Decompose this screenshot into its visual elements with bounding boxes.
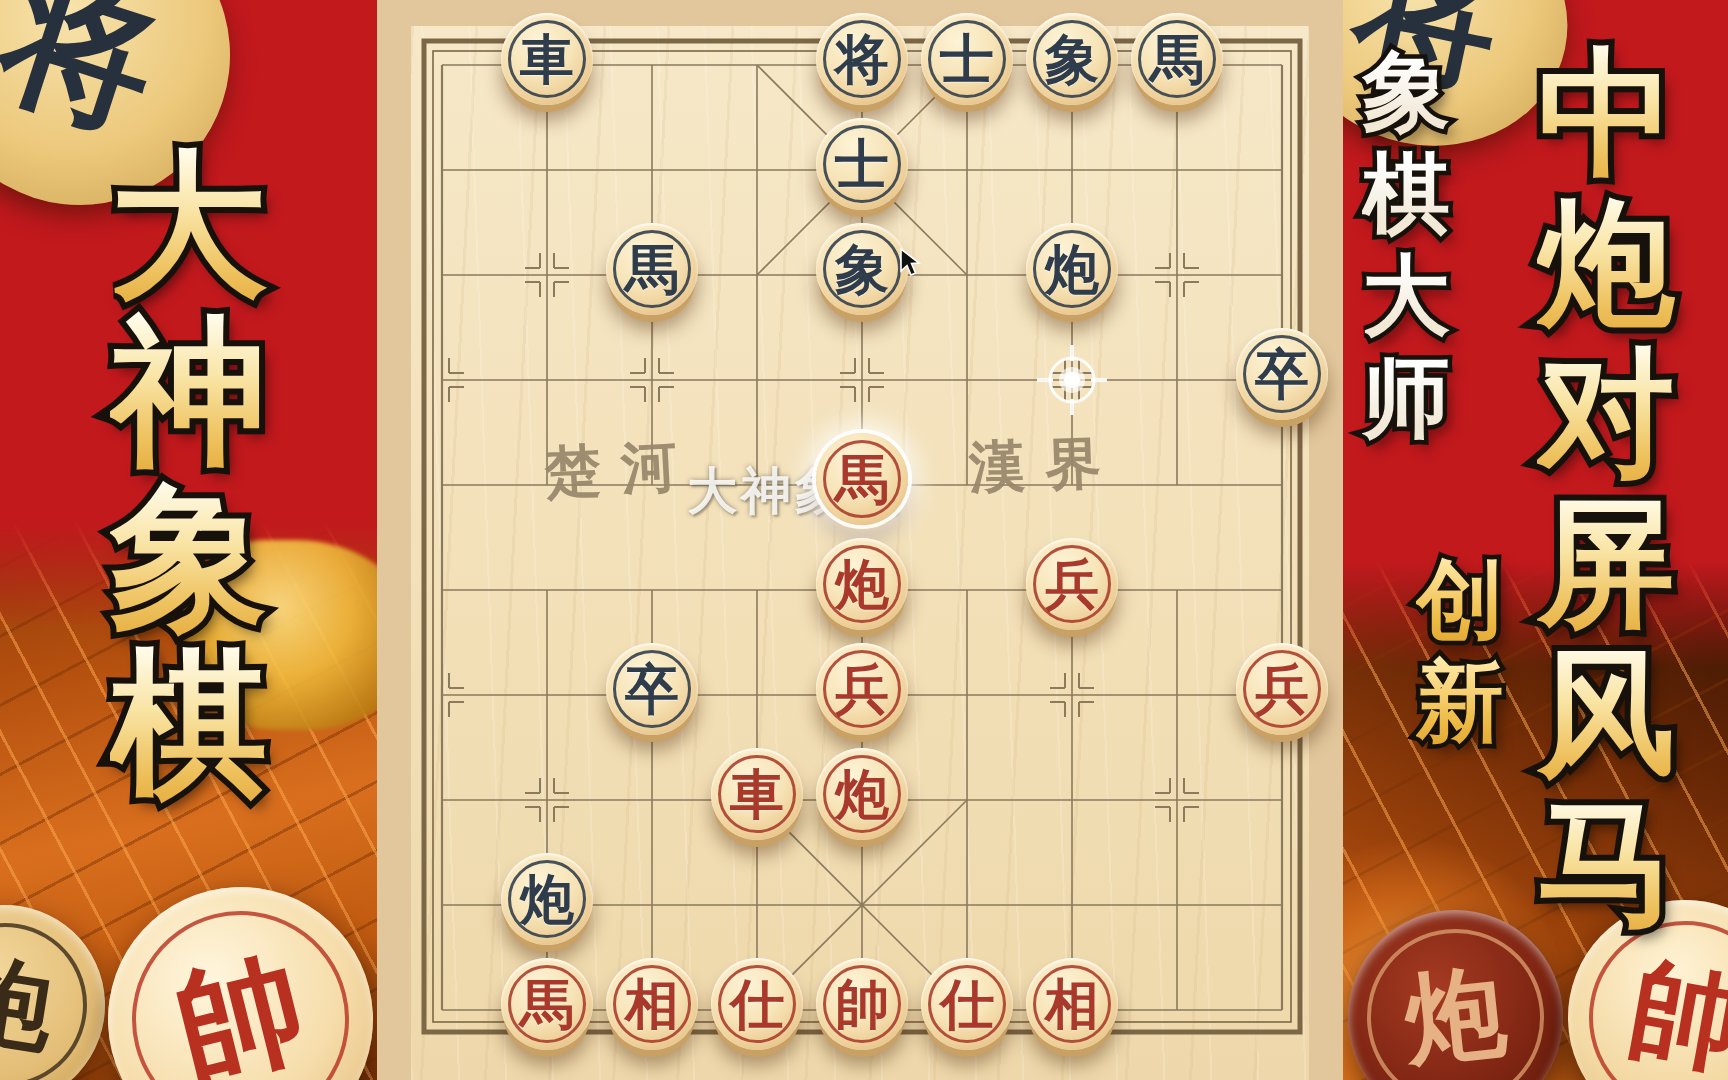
piece-glyph: 仕 — [940, 977, 994, 1031]
title-char: 神神 — [110, 308, 268, 474]
right-panel-title: 中中炮炮对对屏屏风风马马 — [1506, 38, 1706, 938]
title-char: 象象 — [1362, 40, 1450, 142]
title-char: 炮炮 — [1537, 188, 1675, 338]
piece-glyph: 将 — [835, 32, 889, 86]
title-char: 对对 — [1537, 338, 1675, 488]
piece-glyph: 馬 — [520, 977, 574, 1031]
piece-black-horse-f7r0[interactable]: 馬 — [1131, 13, 1223, 105]
right-panel-badge: 创创新新 — [1405, 548, 1515, 752]
piece-ring — [1359, 921, 1553, 1080]
piece-glyph: 士 — [940, 32, 994, 86]
left-panel-title: 大大神神象象棋棋 — [0, 142, 377, 806]
piece-glyph: 炮 — [1045, 242, 1099, 296]
xiangqi-game-screen: 楚河 漢界 大神象棋 車将士象馬士馬象炮卒卒炮馬炮兵兵兵車炮馬相仕帥仕相 — [377, 0, 1343, 1080]
piece-glyph: 士 — [835, 137, 889, 191]
title-char: 创创 — [1416, 548, 1504, 650]
piece-glyph: 相 — [1045, 977, 1099, 1031]
title-char: 屏屏 — [1537, 488, 1675, 638]
title-char: 大大 — [110, 142, 268, 308]
page: 炮 帥 将 大大神神象象棋棋 楚河 漢界 大神象棋 車将士象馬士馬象炮卒卒炮馬炮… — [0, 0, 1728, 1080]
left-decor-panel: 炮 帥 将 大大神神象象棋棋 — [0, 0, 377, 1080]
title-char: 象象 — [110, 474, 268, 640]
piece-black-cannon-f1r8[interactable]: 炮 — [501, 853, 593, 945]
piece-glyph: 兵 — [1255, 662, 1309, 716]
right-decor-panel: 炮 帥 将 象象棋棋大大师师 创创新新 中中炮炮对对屏屏风风马马 — [1343, 0, 1728, 1080]
piece-black-soldier-f8r3[interactable]: 卒 — [1236, 328, 1328, 420]
piece-glyph: 兵 — [1045, 557, 1099, 611]
piece-red-soldier-f6r5[interactable]: 兵 — [1026, 538, 1118, 630]
piece-black-advisor-f4r1[interactable]: 士 — [816, 118, 908, 210]
photo-piece-cannon-icon: 炮 — [0, 891, 119, 1080]
piece-black-soldier-f2r6[interactable]: 卒 — [606, 643, 698, 735]
title-char: 新新 — [1416, 650, 1504, 752]
title-char: 大大 — [1362, 244, 1450, 346]
piece-glyph: 卒 — [1255, 347, 1309, 401]
piece-glyph: 馬 — [1150, 32, 1204, 86]
piece-black-cannon-f6r2[interactable]: 炮 — [1026, 223, 1118, 315]
piece-red-soldier-f4r6[interactable]: 兵 — [816, 643, 908, 735]
photo-piece-general-icon: 帥 — [80, 859, 377, 1080]
piece-black-horse-f2r2[interactable]: 馬 — [606, 223, 698, 315]
piece-black-elephant-f4r2[interactable]: 象 — [816, 223, 908, 315]
piece-red-advisor-f3r9[interactable]: 仕 — [711, 958, 803, 1050]
piece-red-elephant-f2r9[interactable]: 相 — [606, 958, 698, 1050]
piece-red-chariot-f3r7[interactable]: 車 — [711, 748, 803, 840]
piece-glyph: 車 — [730, 767, 784, 821]
piece-glyph: 車 — [520, 32, 574, 86]
title-char: 马马 — [1537, 788, 1675, 938]
piece-red-general-f4r9[interactable]: 帥 — [816, 958, 908, 1050]
piece-red-horse-f4r4[interactable]: 馬 — [816, 433, 908, 525]
piece-black-advisor-f5r0[interactable]: 士 — [921, 13, 1013, 105]
piece-black-elephant-f6r0[interactable]: 象 — [1026, 13, 1118, 105]
title-char: 风风 — [1537, 638, 1675, 788]
piece-glyph: 馬 — [835, 452, 889, 506]
title-char: 师师 — [1362, 346, 1450, 448]
piece-glyph: 仕 — [730, 977, 784, 1031]
piece-glyph: 馬 — [625, 242, 679, 296]
piece-red-cannon-f4r5[interactable]: 炮 — [816, 538, 908, 630]
piece-red-soldier-f8r6[interactable]: 兵 — [1236, 643, 1328, 735]
piece-glyph: 炮 — [520, 872, 574, 926]
piece-red-advisor-f5r9[interactable]: 仕 — [921, 958, 1013, 1050]
piece-glyph: 炮 — [835, 767, 889, 821]
piece-glyph: 兵 — [835, 662, 889, 716]
piece-glyph: 象 — [1045, 32, 1099, 86]
piece-ring — [0, 911, 99, 1080]
right-panel-subtitle: 象象棋棋大大师师 — [1351, 40, 1461, 448]
title-char: 棋棋 — [110, 640, 268, 806]
title-char: 中中 — [1537, 38, 1675, 188]
piece-glyph: 相 — [625, 977, 679, 1031]
piece-black-general-f4r0[interactable]: 将 — [816, 13, 908, 105]
piece-red-horse-f1r9[interactable]: 馬 — [501, 958, 593, 1050]
piece-red-cannon-f4r7[interactable]: 炮 — [816, 748, 908, 840]
river-label-right: 漢界 — [968, 425, 1123, 506]
piece-ring — [109, 888, 372, 1080]
piece-glyph: 卒 — [625, 662, 679, 716]
river-label-left: 楚河 — [543, 428, 699, 512]
title-char: 棋棋 — [1362, 142, 1450, 244]
piece-glyph: 象 — [835, 242, 889, 296]
piece-red-elephant-f6r9[interactable]: 相 — [1026, 958, 1118, 1050]
piece-black-chariot-f1r0[interactable]: 車 — [501, 13, 593, 105]
piece-glyph: 帥 — [835, 977, 889, 1031]
piece-glyph: 炮 — [835, 557, 889, 611]
